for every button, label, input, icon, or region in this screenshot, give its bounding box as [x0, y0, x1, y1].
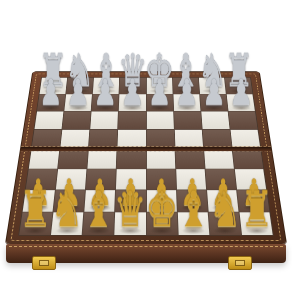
piece-black-pawn[interactable]: ♟ — [93, 75, 117, 111]
piece-black-pawn[interactable]: ♟ — [39, 75, 63, 111]
square-f4[interactable] — [175, 149, 204, 168]
square-a6[interactable] — [34, 112, 63, 130]
piece-black-pawn[interactable]: ♟ — [121, 75, 145, 111]
piece-white-bishop[interactable]: ♝ — [177, 185, 210, 234]
case-latch-left — [32, 256, 56, 270]
square-a1[interactable]: ♜ — [19, 212, 52, 235]
square-h7[interactable]: ♟ — [227, 94, 255, 111]
square-g1[interactable]: ♞ — [208, 212, 240, 235]
square-d1[interactable]: ♛ — [115, 212, 146, 235]
chess-board: ♜♞♝♛♚♝♞♜♟♟♟♟♟♟♟♟♟♟♟♟♟♟♟♟♜♞♝♛♚♝♞♜ — [18, 77, 274, 235]
case-latch-right — [228, 256, 252, 270]
square-a4[interactable] — [29, 149, 60, 168]
piece-white-rook[interactable]: ♜ — [18, 185, 51, 234]
front-panel-stitching — [9, 246, 283, 247]
piece-white-bishop[interactable]: ♝ — [82, 185, 115, 234]
piece-black-pawn[interactable]: ♟ — [148, 75, 172, 111]
square-a7[interactable]: ♟ — [37, 94, 65, 111]
case-front-panel — [6, 244, 286, 263]
square-h1[interactable]: ♜ — [239, 212, 272, 235]
square-c1[interactable]: ♝ — [83, 212, 115, 235]
folding-board-case: ♜♞♝♛♚♝♞♜♟♟♟♟♟♟♟♟♟♟♟♟♟♟♟♟♜♞♝♛♚♝♞♜ — [6, 72, 286, 244]
square-c4[interactable] — [88, 149, 117, 168]
square-e7[interactable]: ♟ — [146, 94, 172, 111]
square-e4[interactable] — [146, 149, 174, 168]
piece-black-pawn[interactable]: ♟ — [66, 75, 90, 111]
piece-black-pawn[interactable]: ♟ — [230, 75, 254, 111]
piece-white-queen[interactable]: ♛ — [114, 185, 147, 234]
piece-white-knight[interactable]: ♞ — [209, 185, 242, 234]
square-d4[interactable] — [117, 149, 145, 168]
square-g4[interactable] — [204, 149, 234, 168]
square-c6[interactable] — [90, 112, 118, 130]
square-g6[interactable] — [201, 112, 229, 130]
piece-black-pawn[interactable]: ♟ — [202, 75, 226, 111]
piece-white-rook[interactable]: ♜ — [241, 185, 274, 234]
square-d6[interactable] — [118, 112, 145, 130]
square-h6[interactable] — [228, 112, 257, 130]
piece-black-pawn[interactable]: ♟ — [175, 75, 199, 111]
square-f6[interactable] — [174, 112, 202, 130]
square-f1[interactable]: ♝ — [177, 212, 209, 235]
chess-set-product-photo: ♜♞♝♛♚♝♞♜♟♟♟♟♟♟♟♟♟♟♟♟♟♟♟♟♜♞♝♛♚♝♞♜ — [0, 0, 292, 292]
square-f7[interactable]: ♟ — [173, 94, 200, 111]
square-b6[interactable] — [62, 112, 90, 130]
square-e6[interactable] — [146, 112, 173, 130]
square-c7[interactable]: ♟ — [92, 94, 119, 111]
square-b7[interactable]: ♟ — [64, 94, 92, 111]
square-g7[interactable]: ♟ — [200, 94, 228, 111]
square-h4[interactable] — [233, 149, 264, 168]
square-b4[interactable] — [58, 149, 88, 168]
square-d7[interactable]: ♟ — [119, 94, 145, 111]
piece-white-king[interactable]: ♚ — [145, 185, 178, 234]
square-b1[interactable]: ♞ — [51, 212, 83, 235]
board-hinge-seam — [20, 147, 271, 152]
piece-white-knight[interactable]: ♞ — [50, 185, 83, 234]
square-e1[interactable]: ♚ — [146, 212, 177, 235]
